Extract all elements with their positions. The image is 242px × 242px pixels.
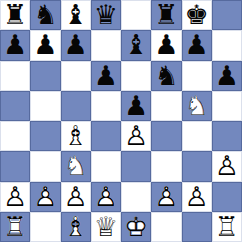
square-b5[interactable] [30,91,60,121]
square-c4[interactable]: ♝♗ [61,121,91,151]
square-a5[interactable] [0,91,30,121]
square-c5[interactable] [61,91,91,121]
square-d4[interactable] [91,121,121,151]
square-a3[interactable] [0,151,30,181]
square-a8[interactable]: ♜ [0,0,30,30]
square-d6[interactable]: ♟ [91,61,121,91]
square-f7[interactable]: ♟ [151,30,181,60]
black-queen-icon: ♛ [94,0,118,30]
white-knight-icon: ♞♘ [185,91,209,121]
square-e2[interactable] [121,182,151,212]
square-e3[interactable] [121,151,151,181]
square-e4[interactable]: ♟♙ [121,121,151,151]
white-pawn-icon: ♟♙ [3,182,27,212]
square-a6[interactable] [0,61,30,91]
square-b1[interactable] [30,212,60,242]
black-king-icon: ♚ [185,0,209,30]
square-f1[interactable] [151,212,181,242]
white-pawn-icon: ♟♙ [94,182,118,212]
black-knight-icon: ♞ [33,0,57,30]
square-d2[interactable]: ♟♙ [91,182,121,212]
square-b4[interactable] [30,121,60,151]
square-d3[interactable] [91,151,121,181]
square-b8[interactable]: ♞ [30,0,60,30]
square-d7[interactable] [91,30,121,60]
white-pawn-icon: ♟♙ [64,182,88,212]
white-pawn-icon: ♟♙ [215,151,239,181]
square-g3[interactable] [182,151,212,181]
square-a2[interactable]: ♟♙ [0,182,30,212]
white-queen-icon: ♛♕ [94,212,118,242]
black-pawn-icon: ♟ [64,30,88,60]
white-pawn-icon: ♟♙ [124,121,148,151]
square-b6[interactable] [30,61,60,91]
square-h8[interactable] [212,0,242,30]
square-h2[interactable] [212,182,242,212]
white-bishop-icon: ♝♗ [64,121,88,151]
square-d8[interactable]: ♛ [91,0,121,30]
white-pawn-icon: ♟♙ [154,182,178,212]
black-pawn-icon: ♟ [33,30,57,60]
square-c3[interactable]: ♞♘ [61,151,91,181]
square-h7[interactable] [212,30,242,60]
black-knight-icon: ♞ [154,61,178,91]
square-f3[interactable] [151,151,181,181]
square-d1[interactable]: ♛♕ [91,212,121,242]
white-pawn-icon: ♟♙ [33,182,57,212]
black-rook-icon: ♜ [3,0,27,30]
square-h4[interactable] [212,121,242,151]
square-c2[interactable]: ♟♙ [61,182,91,212]
square-g6[interactable] [182,61,212,91]
square-c1[interactable]: ♝♗ [61,212,91,242]
chess-board: ♜♞♝♛♜♚♟♟♟♝♟♟♟♞♟♟♞♘♝♗♟♙♞♘♟♙♟♙♟♙♟♙♟♙♟♙♟♙♜♖… [0,0,242,242]
white-rook-icon: ♜♖ [215,212,239,242]
square-a4[interactable] [0,121,30,151]
square-c7[interactable]: ♟ [61,30,91,60]
black-pawn-icon: ♟ [185,30,209,60]
square-g2[interactable]: ♟♙ [182,182,212,212]
square-f5[interactable] [151,91,181,121]
square-e5[interactable]: ♟ [121,91,151,121]
black-pawn-icon: ♟ [215,61,239,91]
white-rook-icon: ♜♖ [3,212,27,242]
black-bishop-icon: ♝ [64,0,88,30]
square-h1[interactable]: ♜♖ [212,212,242,242]
square-g1[interactable] [182,212,212,242]
square-b7[interactable]: ♟ [30,30,60,60]
black-pawn-icon: ♟ [124,91,148,121]
square-g8[interactable]: ♚ [182,0,212,30]
square-d5[interactable] [91,91,121,121]
square-f6[interactable]: ♞ [151,61,181,91]
black-bishop-icon: ♝ [124,30,148,60]
square-f4[interactable] [151,121,181,151]
white-king-icon: ♚♔ [124,212,148,242]
white-bishop-icon: ♝♗ [64,212,88,242]
square-g4[interactable] [182,121,212,151]
square-a7[interactable]: ♟ [0,30,30,60]
black-pawn-icon: ♟ [94,61,118,91]
square-e1[interactable]: ♚♔ [121,212,151,242]
square-b2[interactable]: ♟♙ [30,182,60,212]
white-pawn-icon: ♟♙ [185,182,209,212]
square-h3[interactable]: ♟♙ [212,151,242,181]
square-a1[interactable]: ♜♖ [0,212,30,242]
square-e8[interactable] [121,0,151,30]
black-rook-icon: ♜ [154,0,178,30]
square-c8[interactable]: ♝ [61,0,91,30]
square-h6[interactable]: ♟ [212,61,242,91]
square-g5[interactable]: ♞♘ [182,91,212,121]
black-pawn-icon: ♟ [3,30,27,60]
square-b3[interactable] [30,151,60,181]
square-e6[interactable] [121,61,151,91]
square-f8[interactable]: ♜ [151,0,181,30]
square-c6[interactable] [61,61,91,91]
black-pawn-icon: ♟ [154,30,178,60]
square-h5[interactable] [212,91,242,121]
square-f2[interactable]: ♟♙ [151,182,181,212]
white-knight-icon: ♞♘ [64,151,88,181]
square-g7[interactable]: ♟ [182,30,212,60]
square-e7[interactable]: ♝ [121,30,151,60]
